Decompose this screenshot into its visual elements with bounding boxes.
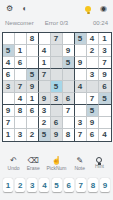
cell-r8c7[interactable]: 3 bbox=[75, 117, 87, 129]
cell-r6c6[interactable]: 6 bbox=[63, 93, 75, 105]
cell-r7c7[interactable] bbox=[75, 105, 87, 117]
picknum-label: PickNum bbox=[47, 166, 67, 171]
cell-r6c4[interactable]: 9 bbox=[39, 93, 51, 105]
picknum-button[interactable]: ☝PickNum bbox=[47, 157, 67, 171]
numpad-key-6[interactable]: 6 bbox=[64, 178, 74, 192]
cell-r6c3[interactable]: 1 bbox=[27, 93, 39, 105]
cell-r5c8[interactable] bbox=[87, 81, 99, 93]
cell-r4c7[interactable] bbox=[75, 69, 87, 81]
numpad-key-4[interactable]: 4 bbox=[39, 178, 49, 192]
hint-bulb-icon[interactable] bbox=[85, 6, 91, 12]
timer: 00:24 bbox=[93, 20, 108, 26]
cell-r4c2[interactable] bbox=[15, 69, 27, 81]
cell-r8c9[interactable] bbox=[99, 117, 111, 129]
cell-r1c8[interactable]: 4 bbox=[87, 33, 99, 45]
cell-r1c5[interactable]: 7 bbox=[51, 33, 63, 45]
cell-r7c4[interactable]: 3 bbox=[39, 105, 51, 117]
cell-r6c2[interactable]: 4 bbox=[15, 93, 27, 105]
cell-r2c3[interactable] bbox=[27, 45, 39, 57]
numpad-key-9[interactable]: 9 bbox=[100, 178, 110, 192]
hint-button[interactable]: Hint bbox=[93, 157, 106, 171]
cell-r8c4[interactable]: 2 bbox=[39, 117, 51, 129]
cell-r7c6[interactable]: 7 bbox=[63, 105, 75, 117]
cell-r7c5[interactable] bbox=[51, 105, 63, 117]
cell-r5c9[interactable]: 6 bbox=[99, 81, 111, 93]
cell-r6c5[interactable]: 3 bbox=[51, 93, 63, 105]
toolbar: ↶Undo⌫Erase☝PickNum✎NoteHint bbox=[0, 157, 113, 171]
cell-r9c9[interactable]: 4 bbox=[99, 129, 111, 141]
cell-r8c1[interactable]: 7 bbox=[3, 117, 15, 129]
cell-r5c7[interactable]: 4 bbox=[75, 81, 87, 93]
picknum-icon: ☝ bbox=[52, 157, 62, 165]
difficulty-label: Newcomer bbox=[5, 20, 34, 26]
hint-label: Hint bbox=[95, 164, 104, 169]
numpad-key-1[interactable]: 1 bbox=[3, 178, 13, 192]
theme-icon[interactable]: ◐ bbox=[22, 5, 27, 13]
cell-r7c2[interactable]: 8 bbox=[15, 105, 27, 117]
cell-r6c8[interactable]: 7 bbox=[87, 93, 99, 105]
erase-button[interactable]: ⌫Erase bbox=[27, 157, 40, 171]
cell-r2c5[interactable] bbox=[51, 45, 63, 57]
numpad-key-5[interactable]: 5 bbox=[52, 178, 62, 192]
cell-r2c8[interactable]: 2 bbox=[87, 45, 99, 57]
cell-r1c7[interactable]: 5 bbox=[75, 33, 87, 45]
cell-r5c6[interactable] bbox=[63, 81, 75, 93]
cell-r5c3[interactable]: 9 bbox=[27, 81, 39, 93]
cell-r9c4[interactable]: 5 bbox=[39, 129, 51, 141]
cell-r2c7[interactable] bbox=[75, 45, 87, 57]
cell-r4c1[interactable]: 6 bbox=[3, 69, 15, 81]
cell-r3c7[interactable]: 9 bbox=[75, 57, 87, 69]
cell-r9c8[interactable]: 6 bbox=[87, 129, 99, 141]
cell-r1c1[interactable] bbox=[3, 33, 15, 45]
cell-r3c4[interactable]: 1 bbox=[39, 57, 51, 69]
cell-r3c1[interactable]: 4 bbox=[3, 57, 15, 69]
cell-r4c8[interactable]: 3 bbox=[87, 69, 99, 81]
cell-r2c6[interactable]: 9 bbox=[63, 45, 75, 57]
cell-r8c5[interactable]: 6 bbox=[51, 117, 63, 129]
cell-r4c5[interactable] bbox=[51, 69, 63, 81]
note-icon: ✎ bbox=[76, 157, 83, 165]
cell-r9c3[interactable]: 2 bbox=[27, 129, 39, 141]
cell-r9c2[interactable]: 3 bbox=[15, 129, 27, 141]
top-icon-bar: ⚙ ◐ ◉ bbox=[0, 0, 113, 16]
cell-r9c5[interactable]: 9 bbox=[51, 129, 63, 141]
cell-r1c3[interactable]: 8 bbox=[27, 33, 39, 45]
status-bar: Newcomer Error 0/3 00:24 bbox=[0, 16, 113, 30]
cell-r7c3[interactable]: 6 bbox=[27, 105, 39, 117]
cell-r5c1[interactable]: 3 bbox=[3, 81, 15, 93]
undo-label: Undo bbox=[8, 166, 20, 171]
erase-label: Erase bbox=[27, 166, 40, 171]
menu-icon[interactable]: ◉ bbox=[100, 5, 107, 13]
top-right-icons: ◉ bbox=[85, 5, 107, 13]
cell-r6c7[interactable] bbox=[75, 93, 87, 105]
cell-r5c2[interactable]: 7 bbox=[15, 81, 27, 93]
undo-icon: ↶ bbox=[10, 157, 17, 165]
cell-r5c5[interactable]: 5 bbox=[51, 81, 63, 93]
cell-r9c7[interactable]: 7 bbox=[75, 129, 87, 141]
cell-r9c6[interactable]: 8 bbox=[63, 129, 75, 141]
cell-r6c1[interactable] bbox=[3, 93, 15, 105]
numpad-key-2[interactable]: 2 bbox=[15, 178, 25, 192]
cell-r3c6[interactable]: 5 bbox=[63, 57, 75, 69]
numpad-key-8[interactable]: 8 bbox=[88, 178, 98, 192]
sudoku-board: 8754151492346159765739379546419367598637… bbox=[2, 32, 112, 142]
erase-icon: ⌫ bbox=[28, 157, 39, 165]
cell-r3c2[interactable]: 6 bbox=[15, 57, 27, 69]
sudoku-app: ⚙ ◐ ◉ Newcomer Error 0/3 00:24 875415149… bbox=[0, 0, 113, 200]
numpad-key-3[interactable]: 3 bbox=[27, 178, 37, 192]
undo-button[interactable]: ↶Undo bbox=[7, 157, 20, 171]
top-left-icons: ⚙ ◐ bbox=[6, 5, 27, 13]
cell-r1c9[interactable]: 1 bbox=[99, 33, 111, 45]
numpad-key-7[interactable]: 7 bbox=[76, 178, 86, 192]
settings-icon[interactable]: ⚙ bbox=[6, 5, 13, 13]
cell-r5c4[interactable] bbox=[39, 81, 51, 93]
cell-r7c1[interactable]: 9 bbox=[3, 105, 15, 117]
cell-r4c9[interactable]: 9 bbox=[99, 69, 111, 81]
cell-r2c2[interactable]: 1 bbox=[15, 45, 27, 57]
cell-r3c3[interactable] bbox=[27, 57, 39, 69]
cell-r4c6[interactable] bbox=[63, 69, 75, 81]
cell-r7c9[interactable] bbox=[99, 105, 111, 117]
cell-r1c4[interactable] bbox=[39, 33, 51, 45]
cell-r4c4[interactable]: 7 bbox=[39, 69, 51, 81]
cell-r3c9[interactable]: 7 bbox=[99, 57, 111, 69]
cell-r3c5[interactable] bbox=[51, 57, 63, 69]
cell-r4c3[interactable]: 5 bbox=[27, 69, 39, 81]
cell-r9c1[interactable]: 1 bbox=[3, 129, 15, 141]
note-button[interactable]: ✎Note bbox=[73, 157, 86, 171]
cell-r2c4[interactable]: 4 bbox=[39, 45, 51, 57]
note-label: Note bbox=[74, 166, 85, 171]
cell-r8c8[interactable]: 9 bbox=[87, 117, 99, 129]
cell-r7c8[interactable]: 5 bbox=[87, 105, 99, 117]
cell-r2c1[interactable]: 5 bbox=[3, 45, 15, 57]
cell-r1c6[interactable] bbox=[63, 33, 75, 45]
cell-r6c9[interactable]: 5 bbox=[99, 93, 111, 105]
cell-r2c9[interactable]: 3 bbox=[99, 45, 111, 57]
cell-r8c3[interactable] bbox=[27, 117, 39, 129]
cell-r8c6[interactable] bbox=[63, 117, 75, 129]
cell-r3c8[interactable] bbox=[87, 57, 99, 69]
cell-r8c2[interactable] bbox=[15, 117, 27, 129]
number-pad: 123456789 bbox=[0, 178, 113, 192]
cell-r1c2[interactable] bbox=[15, 33, 27, 45]
